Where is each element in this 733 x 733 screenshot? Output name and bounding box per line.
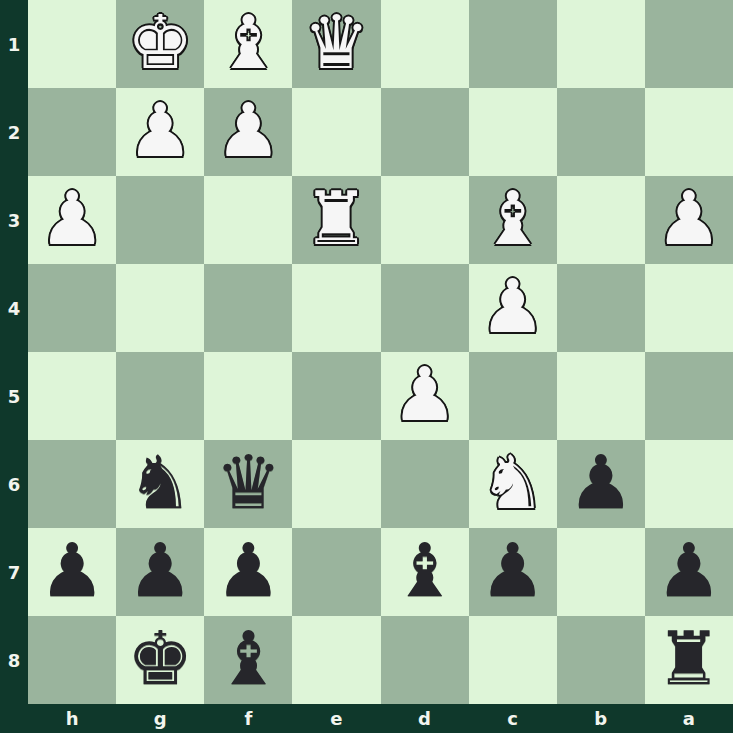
square-d5[interactable]: ♟ [381,352,469,440]
square-c6[interactable]: ♞ [469,440,557,528]
square-a1[interactable] [645,0,733,88]
square-h8[interactable] [28,616,116,704]
square-f7[interactable]: ♟ [204,528,292,616]
corner-spacer [0,704,28,733]
piece-black-pawn-f7[interactable]: ♟ [215,533,281,607]
file-label-c: c [469,704,557,733]
square-c7[interactable]: ♟ [469,528,557,616]
square-c3[interactable]: ♝ [469,176,557,264]
piece-white-pawn-h3[interactable]: ♟ [39,181,105,255]
piece-white-pawn-d5[interactable]: ♟ [391,357,457,431]
piece-black-pawn-b6[interactable]: ♟ [568,445,634,519]
piece-black-king-g8[interactable]: ♚ [127,621,193,695]
square-h6[interactable] [28,440,116,528]
square-c4[interactable]: ♟ [469,264,557,352]
square-d6[interactable] [381,440,469,528]
square-a4[interactable] [645,264,733,352]
square-e4[interactable] [292,264,380,352]
square-h1[interactable] [28,0,116,88]
rank-label-5: 5 [0,352,28,440]
square-h3[interactable]: ♟ [28,176,116,264]
square-h4[interactable] [28,264,116,352]
square-f6[interactable]: ♛ [204,440,292,528]
square-e1[interactable]: ♛ [292,0,380,88]
square-d1[interactable] [381,0,469,88]
piece-white-knight-c6[interactable]: ♞ [480,445,546,519]
rank-label-1: 1 [0,0,28,88]
square-b2[interactable] [557,88,645,176]
square-g8[interactable]: ♚ [116,616,204,704]
square-b1[interactable] [557,0,645,88]
rank-label-6: 6 [0,440,28,528]
square-b3[interactable] [557,176,645,264]
piece-white-king-g1[interactable]: ♚ [127,5,193,79]
square-a7[interactable]: ♟ [645,528,733,616]
square-f2[interactable]: ♟ [204,88,292,176]
piece-black-pawn-g7[interactable]: ♟ [127,533,193,607]
square-b5[interactable] [557,352,645,440]
square-f5[interactable] [204,352,292,440]
file-label-e: e [292,704,380,733]
piece-white-pawn-g2[interactable]: ♟ [127,93,193,167]
file-labels: hgfedcba [0,704,733,733]
piece-black-bishop-f8[interactable]: ♝ [215,621,281,695]
file-label-a: a [645,704,733,733]
piece-black-rook-a8[interactable]: ♜ [656,621,722,695]
rank-label-7: 7 [0,528,28,616]
piece-white-queen-e1[interactable]: ♛ [303,5,369,79]
square-e2[interactable] [292,88,380,176]
rank-label-2: 2 [0,88,28,176]
file-label-f: f [204,704,292,733]
square-b8[interactable] [557,616,645,704]
square-e6[interactable] [292,440,380,528]
square-a6[interactable] [645,440,733,528]
square-g5[interactable] [116,352,204,440]
square-b6[interactable]: ♟ [557,440,645,528]
square-c2[interactable] [469,88,557,176]
piece-black-bishop-d7[interactable]: ♝ [391,533,457,607]
piece-white-bishop-f1[interactable]: ♝ [215,5,281,79]
square-f8[interactable]: ♝ [204,616,292,704]
square-e8[interactable] [292,616,380,704]
square-d7[interactable]: ♝ [381,528,469,616]
piece-black-pawn-h7[interactable]: ♟ [39,533,105,607]
piece-white-bishop-c3[interactable]: ♝ [480,181,546,255]
piece-white-pawn-f2[interactable]: ♟ [215,93,281,167]
square-f3[interactable] [204,176,292,264]
square-h7[interactable]: ♟ [28,528,116,616]
square-g1[interactable]: ♚ [116,0,204,88]
square-h2[interactable] [28,88,116,176]
square-d3[interactable] [381,176,469,264]
file-label-d: d [381,704,469,733]
file-label-h: h [28,704,116,733]
chess-board: ♚♝♛♟♟♟♜♝♟♟♟♞♛♞♟♟♟♟♝♟♟♚♝♜ [28,0,733,704]
square-d8[interactable] [381,616,469,704]
square-e5[interactable] [292,352,380,440]
piece-black-queen-f6[interactable]: ♛ [215,445,281,519]
chess-board-frame: 12345678 ♚♝♛♟♟♟♜♝♟♟♟♞♛♞♟♟♟♟♝♟♟♚♝♜ hgfedc… [0,0,733,733]
square-c5[interactable] [469,352,557,440]
rank-label-3: 3 [0,176,28,264]
square-a2[interactable] [645,88,733,176]
piece-white-rook-e3[interactable]: ♜ [303,181,369,255]
square-a8[interactable]: ♜ [645,616,733,704]
piece-black-pawn-a7[interactable]: ♟ [656,533,722,607]
square-g2[interactable]: ♟ [116,88,204,176]
square-a3[interactable]: ♟ [645,176,733,264]
square-g3[interactable] [116,176,204,264]
rank-label-8: 8 [0,616,28,704]
rank-label-4: 4 [0,264,28,352]
piece-white-pawn-a3[interactable]: ♟ [656,181,722,255]
square-e3[interactable]: ♜ [292,176,380,264]
square-f1[interactable]: ♝ [204,0,292,88]
square-c1[interactable] [469,0,557,88]
file-label-b: b [557,704,645,733]
rank-labels: 12345678 [0,0,28,704]
piece-black-knight-g6[interactable]: ♞ [127,445,193,519]
square-g6[interactable]: ♞ [116,440,204,528]
square-c8[interactable] [469,616,557,704]
square-g4[interactable] [116,264,204,352]
square-d2[interactable] [381,88,469,176]
square-f4[interactable] [204,264,292,352]
square-d4[interactable] [381,264,469,352]
file-label-g: g [116,704,204,733]
square-a5[interactable] [645,352,733,440]
square-g7[interactable]: ♟ [116,528,204,616]
piece-white-pawn-c4[interactable]: ♟ [480,269,546,343]
square-b7[interactable] [557,528,645,616]
square-h5[interactable] [28,352,116,440]
square-b4[interactable] [557,264,645,352]
piece-black-pawn-c7[interactable]: ♟ [480,533,546,607]
square-e7[interactable] [292,528,380,616]
